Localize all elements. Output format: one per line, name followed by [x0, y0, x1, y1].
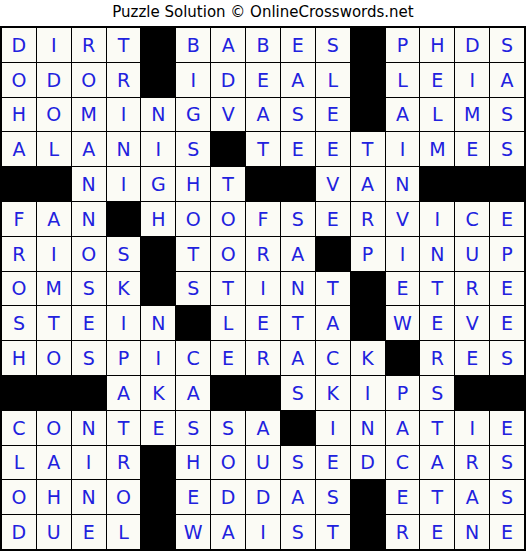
grid-cell-r7c15[interactable]: P	[490, 237, 524, 271]
grid-cell-r4c4[interactable]: N	[107, 132, 141, 166]
grid-cell-r7c3[interactable]: O	[72, 237, 106, 271]
grid-cell-r5c6[interactable]: H	[176, 167, 210, 201]
black-cell-r15c5	[141, 515, 175, 549]
grid-cell-r7c7[interactable]: O	[211, 237, 245, 271]
grid-cell-r14c15[interactable]: S	[490, 480, 524, 514]
grid-cell-r5c5[interactable]: G	[141, 167, 175, 201]
grid-cell-r12c11[interactable]: N	[351, 411, 385, 445]
grid-cell-r9c4[interactable]: I	[107, 306, 141, 340]
grid-cell-r6c12[interactable]: V	[386, 202, 420, 236]
black-cell-r8c5	[141, 272, 175, 306]
grid-cell-r11c9[interactable]: S	[281, 376, 315, 410]
grid-cell-r8c9[interactable]: N	[281, 272, 315, 306]
grid-cell-r4c8[interactable]: T	[246, 132, 280, 166]
grid-cell-r15c1[interactable]: D	[2, 515, 36, 549]
grid-cell-r15c8[interactable]: I	[246, 515, 280, 549]
black-cell-r5c13	[420, 167, 454, 201]
grid-cell-r14c13[interactable]: T	[420, 480, 454, 514]
grid-cell-r6c11[interactable]: R	[351, 202, 385, 236]
grid-cell-r14c7[interactable]: D	[211, 480, 245, 514]
grid-cell-r4c5[interactable]: I	[141, 132, 175, 166]
grid-cell-r6c14[interactable]: C	[455, 202, 489, 236]
grid-cell-r13c8[interactable]: U	[246, 446, 280, 480]
black-cell-r2c11	[351, 63, 385, 97]
grid-cell-r12c14[interactable]: I	[455, 411, 489, 445]
grid-cell-r13c6[interactable]: H	[176, 446, 210, 480]
grid-cell-r6c15[interactable]: E	[490, 202, 524, 236]
grid-cell-r2c14[interactable]: I	[455, 63, 489, 97]
grid-cell-r15c14[interactable]: N	[455, 515, 489, 549]
grid-cell-r13c11[interactable]: D	[351, 446, 385, 480]
black-cell-r8c11	[351, 272, 385, 306]
grid-cell-r6c1[interactable]: F	[2, 202, 36, 236]
grid-cell-r6c2[interactable]: A	[37, 202, 71, 236]
grid-cell-r14c3[interactable]: N	[72, 480, 106, 514]
grid-cell-r6c10[interactable]: E	[316, 202, 350, 236]
black-cell-r2c5	[141, 63, 175, 97]
grid-cell-r1c14[interactable]: D	[455, 28, 489, 62]
grid-cell-r2c4[interactable]: R	[107, 63, 141, 97]
grid-cell-r14c12[interactable]: E	[386, 480, 420, 514]
grid-cell-r2c15[interactable]: A	[490, 63, 524, 97]
grid-cell-r9c10[interactable]: A	[316, 306, 350, 340]
grid-cell-r5c12[interactable]: N	[386, 167, 420, 201]
grid-cell-r8c1[interactable]: O	[2, 272, 36, 306]
grid-cell-r10c4[interactable]: P	[107, 341, 141, 375]
grid-cell-r8c14[interactable]: R	[455, 272, 489, 306]
grid-cell-r3c12[interactable]: A	[386, 98, 420, 132]
grid-cell-r12c1[interactable]: C	[2, 411, 36, 445]
black-cell-r9c11	[351, 306, 385, 340]
grid-cell-r14c6[interactable]: E	[176, 480, 210, 514]
grid-cell-r12c8[interactable]: A	[246, 411, 280, 445]
grid-cell-r2c2[interactable]: D	[37, 63, 71, 97]
grid-cell-r15c2[interactable]: U	[37, 515, 71, 549]
grid-cell-r13c7[interactable]: O	[211, 446, 245, 480]
black-cell-r7c10	[316, 237, 350, 271]
grid-cell-r8c4[interactable]: K	[107, 272, 141, 306]
grid-cell-r14c9[interactable]: A	[281, 480, 315, 514]
grid-cell-r2c8[interactable]: E	[246, 63, 280, 97]
grid-cell-r15c9[interactable]: S	[281, 515, 315, 549]
grid-cell-r13c2[interactable]: A	[37, 446, 71, 480]
grid-cell-r7c2[interactable]: I	[37, 237, 71, 271]
grid-cell-r4c6[interactable]: S	[176, 132, 210, 166]
black-cell-r3c11	[351, 98, 385, 132]
grid-cell-r1c9[interactable]: E	[281, 28, 315, 62]
black-cell-r6c4	[107, 202, 141, 236]
grid-cell-r10c14[interactable]: E	[455, 341, 489, 375]
black-cell-r12c9	[281, 411, 315, 445]
grid-cell-r1c2[interactable]: I	[37, 28, 71, 62]
grid-cell-r12c10[interactable]: I	[316, 411, 350, 445]
grid-cell-r3c10[interactable]: E	[316, 98, 350, 132]
grid-cell-r14c2[interactable]: H	[37, 480, 71, 514]
grid-cell-r3c15[interactable]: S	[490, 98, 524, 132]
grid-cell-r6c9[interactable]: S	[281, 202, 315, 236]
grid-cell-r7c9[interactable]: A	[281, 237, 315, 271]
grid-cell-r9c2[interactable]: T	[37, 306, 71, 340]
page-title: Puzzle Solution © OnlineCrosswords.net	[0, 0, 526, 26]
grid-cell-r3c8[interactable]: A	[246, 98, 280, 132]
grid-cell-r11c6[interactable]: A	[176, 376, 210, 410]
black-cell-r1c5	[141, 28, 175, 62]
grid-cell-r10c11[interactable]: K	[351, 341, 385, 375]
grid-cell-r2c13[interactable]: E	[420, 63, 454, 97]
grid-cell-r10c8[interactable]: R	[246, 341, 280, 375]
grid-cell-r3c14[interactable]: M	[455, 98, 489, 132]
black-cell-r13c5	[141, 446, 175, 480]
grid-cell-r13c9[interactable]: S	[281, 446, 315, 480]
grid-cell-r11c13[interactable]: S	[420, 376, 454, 410]
grid-cell-r5c3[interactable]: N	[72, 167, 106, 201]
grid-cell-r12c3[interactable]: N	[72, 411, 106, 445]
grid-cell-r2c7[interactable]: D	[211, 63, 245, 97]
grid-cell-r7c12[interactable]: I	[386, 237, 420, 271]
grid-cell-r11c11[interactable]: I	[351, 376, 385, 410]
black-cell-r5c2	[37, 167, 71, 201]
grid-cell-r8c2[interactable]: M	[37, 272, 71, 306]
black-cell-r5c14	[455, 167, 489, 201]
grid-cell-r9c5[interactable]: N	[141, 306, 175, 340]
grid-cell-r1c12[interactable]: P	[386, 28, 420, 62]
grid-cell-r1c10[interactable]: S	[316, 28, 350, 62]
grid-cell-r8c10[interactable]: T	[316, 272, 350, 306]
grid-cell-r4c10[interactable]: E	[316, 132, 350, 166]
grid-cell-r4c2[interactable]: L	[37, 132, 71, 166]
grid-cell-r8c7[interactable]: T	[211, 272, 245, 306]
grid-cell-r13c14[interactable]: R	[455, 446, 489, 480]
grid-cell-r10c5[interactable]: I	[141, 341, 175, 375]
grid-cell-r14c4[interactable]: O	[107, 480, 141, 514]
black-cell-r14c5	[141, 480, 175, 514]
grid-cell-r8c13[interactable]: T	[420, 272, 454, 306]
grid-cell-r8c3[interactable]: S	[72, 272, 106, 306]
black-cell-r4c7	[211, 132, 245, 166]
grid-cell-r9c14[interactable]: V	[455, 306, 489, 340]
grid-cell-r15c3[interactable]: E	[72, 515, 106, 549]
grid-cell-r10c6[interactable]: C	[176, 341, 210, 375]
grid-cell-r13c10[interactable]: E	[316, 446, 350, 480]
grid-cell-r1c1[interactable]: D	[2, 28, 36, 62]
grid-cell-r14c1[interactable]: O	[2, 480, 36, 514]
grid-cell-r4c3[interactable]: A	[72, 132, 106, 166]
grid-cell-r4c9[interactable]: E	[281, 132, 315, 166]
grid-cell-r11c5[interactable]: K	[141, 376, 175, 410]
grid-cell-r5c11[interactable]: A	[351, 167, 385, 201]
grid-cell-r2c9[interactable]: A	[281, 63, 315, 97]
grid-cell-r12c15[interactable]: E	[490, 411, 524, 445]
grid-cell-r15c7[interactable]: A	[211, 515, 245, 549]
black-cell-r11c3	[72, 376, 106, 410]
grid-cell-r9c9[interactable]: T	[281, 306, 315, 340]
grid-cell-r10c1[interactable]: H	[2, 341, 36, 375]
grid-cell-r15c4[interactable]: L	[107, 515, 141, 549]
grid-cell-r4c11[interactable]: T	[351, 132, 385, 166]
grid-cell-r10c7[interactable]: E	[211, 341, 245, 375]
grid-cell-r3c6[interactable]: G	[176, 98, 210, 132]
grid-cell-r8c8[interactable]: I	[246, 272, 280, 306]
grid-cell-r9c7[interactable]: L	[211, 306, 245, 340]
grid-cell-r6c3[interactable]: N	[72, 202, 106, 236]
grid-cell-r13c1[interactable]: L	[2, 446, 36, 480]
grid-cell-r4c15[interactable]: S	[490, 132, 524, 166]
grid-cell-r3c3[interactable]: M	[72, 98, 106, 132]
grid-cell-r1c7[interactable]: A	[211, 28, 245, 62]
grid-cell-r9c15[interactable]: E	[490, 306, 524, 340]
grid-cell-r14c14[interactable]: A	[455, 480, 489, 514]
grid-cell-r15c12[interactable]: R	[386, 515, 420, 549]
black-cell-r5c8	[246, 167, 280, 201]
grid-cell-r12c7[interactable]: S	[211, 411, 245, 445]
grid-cell-r5c10[interactable]: V	[316, 167, 350, 201]
grid-cell-r1c6[interactable]: B	[176, 28, 210, 62]
grid-cell-r1c8[interactable]: B	[246, 28, 280, 62]
grid-cell-r4c1[interactable]: A	[2, 132, 36, 166]
grid-cell-r10c15[interactable]: S	[490, 341, 524, 375]
black-cell-r10c12	[386, 341, 420, 375]
grid-cell-r8c15[interactable]: E	[490, 272, 524, 306]
grid-cell-r13c4[interactable]: R	[107, 446, 141, 480]
grid-cell-r6c13[interactable]: I	[420, 202, 454, 236]
grid-cell-r7c4[interactable]: S	[107, 237, 141, 271]
grid-cell-r4c14[interactable]: E	[455, 132, 489, 166]
grid-cell-r13c3[interactable]: I	[72, 446, 106, 480]
grid-cell-r2c1[interactable]: O	[2, 63, 36, 97]
grid-cell-r5c4[interactable]: I	[107, 167, 141, 201]
black-cell-r14c11	[351, 480, 385, 514]
black-cell-r5c9	[281, 167, 315, 201]
grid-cell-r8c12[interactable]: E	[386, 272, 420, 306]
black-cell-r11c15	[490, 376, 524, 410]
black-cell-r11c1	[2, 376, 36, 410]
grid-cell-r7c11[interactable]: P	[351, 237, 385, 271]
grid-cell-r1c13[interactable]: H	[420, 28, 454, 62]
grid-cell-r7c14[interactable]: U	[455, 237, 489, 271]
grid-cell-r12c4[interactable]: T	[107, 411, 141, 445]
black-cell-r15c11	[351, 515, 385, 549]
grid-cell-r9c8[interactable]: E	[246, 306, 280, 340]
black-cell-r11c14	[455, 376, 489, 410]
grid-cell-r3c2[interactable]: O	[37, 98, 71, 132]
grid-cell-r2c3[interactable]: O	[72, 63, 106, 97]
grid-cell-r11c4[interactable]: A	[107, 376, 141, 410]
grid-cell-r9c13[interactable]: E	[420, 306, 454, 340]
grid-cell-r12c13[interactable]: T	[420, 411, 454, 445]
grid-cell-r2c6[interactable]: I	[176, 63, 210, 97]
grid-cell-r12c6[interactable]: S	[176, 411, 210, 445]
grid-cell-r3c7[interactable]: V	[211, 98, 245, 132]
black-cell-r11c2	[37, 376, 71, 410]
grid-cell-r10c10[interactable]: C	[316, 341, 350, 375]
grid-cell-r1c15[interactable]: S	[490, 28, 524, 62]
grid-cell-r10c3[interactable]: S	[72, 341, 106, 375]
crossword-grid: DIRTBABESPHDSODORIDEALLEIAHOMINGVASEALMS…	[0, 26, 526, 551]
grid-cell-r7c13[interactable]: N	[420, 237, 454, 271]
grid-cell-r12c12[interactable]: A	[386, 411, 420, 445]
black-cell-r7c5	[141, 237, 175, 271]
grid-cell-r6c7[interactable]: O	[211, 202, 245, 236]
black-cell-r5c15	[490, 167, 524, 201]
grid-cell-r7c1[interactable]: R	[2, 237, 36, 271]
grid-cell-r13c15[interactable]: S	[490, 446, 524, 480]
grid-cell-r9c1[interactable]: S	[2, 306, 36, 340]
grid-cell-r4c12[interactable]: I	[386, 132, 420, 166]
grid-cell-r3c4[interactable]: I	[107, 98, 141, 132]
grid-cell-r2c10[interactable]: L	[316, 63, 350, 97]
grid-cell-r15c15[interactable]: E	[490, 515, 524, 549]
grid-cell-r7c8[interactable]: R	[246, 237, 280, 271]
grid-cell-r4c13[interactable]: M	[420, 132, 454, 166]
grid-cell-r11c12[interactable]: P	[386, 376, 420, 410]
black-cell-r11c7	[211, 376, 245, 410]
grid-cell-r8c6[interactable]: S	[176, 272, 210, 306]
black-cell-r5c1	[2, 167, 36, 201]
grid-cell-r15c13[interactable]: E	[420, 515, 454, 549]
black-cell-r11c8	[246, 376, 280, 410]
grid-cell-r10c9[interactable]: A	[281, 341, 315, 375]
grid-cell-r9c12[interactable]: W	[386, 306, 420, 340]
grid-cell-r12c5[interactable]: E	[141, 411, 175, 445]
grid-cell-r14c8[interactable]: D	[246, 480, 280, 514]
grid-cell-r2c12[interactable]: L	[386, 63, 420, 97]
grid-cell-r3c9[interactable]: S	[281, 98, 315, 132]
grid-cell-r3c1[interactable]: H	[2, 98, 36, 132]
grid-cell-r3c5[interactable]: N	[141, 98, 175, 132]
grid-cell-r13c12[interactable]: C	[386, 446, 420, 480]
black-cell-r1c11	[351, 28, 385, 62]
grid-cell-r10c2[interactable]: O	[37, 341, 71, 375]
grid-cell-r6c8[interactable]: F	[246, 202, 280, 236]
grid-cell-r3c13[interactable]: L	[420, 98, 454, 132]
black-cell-r9c6	[176, 306, 210, 340]
grid-cell-r15c10[interactable]: T	[316, 515, 350, 549]
grid-cell-r13c13[interactable]: A	[420, 446, 454, 480]
grid-cell-r11c10[interactable]: K	[316, 376, 350, 410]
grid-cell-r7c6[interactable]: T	[176, 237, 210, 271]
grid-cell-r12c2[interactable]: O	[37, 411, 71, 445]
grid-cell-r10c13[interactable]: R	[420, 341, 454, 375]
grid-cell-r1c3[interactable]: R	[72, 28, 106, 62]
grid-cell-r6c6[interactable]: O	[176, 202, 210, 236]
grid-cell-r1c4[interactable]: T	[107, 28, 141, 62]
grid-cell-r6c5[interactable]: H	[141, 202, 175, 236]
grid-cell-r5c7[interactable]: T	[211, 167, 245, 201]
grid-cell-r14c10[interactable]: S	[316, 480, 350, 514]
grid-cell-r15c6[interactable]: W	[176, 515, 210, 549]
grid-cell-r9c3[interactable]: E	[72, 306, 106, 340]
